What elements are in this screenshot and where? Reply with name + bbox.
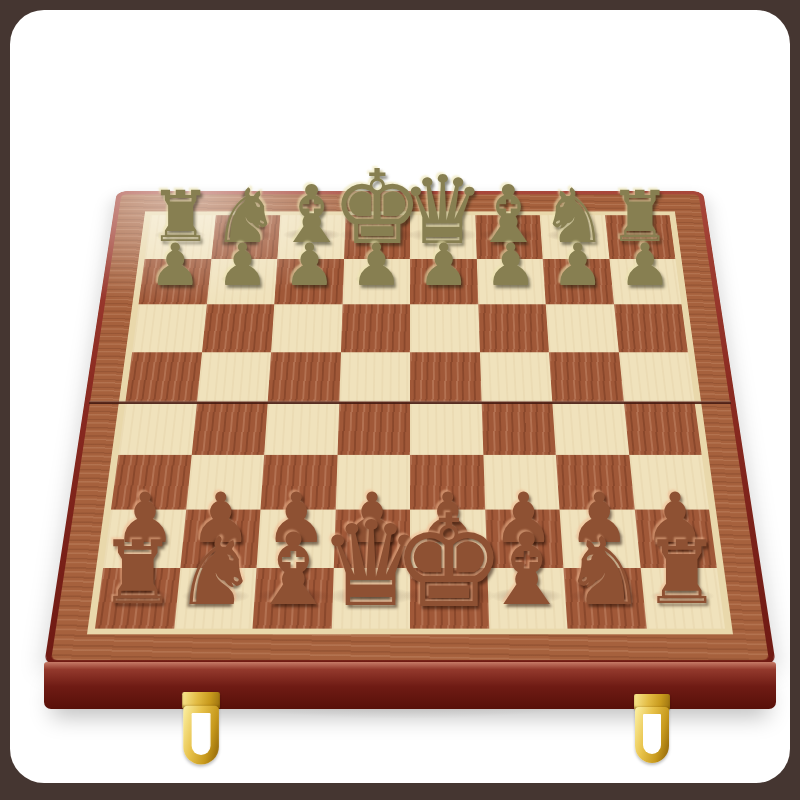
photo-background: ♜♞♝♚♛♝♞♜♟♟♟♟♟♟♟♟♟♟♟♟♟♟♟♟♜♞♝♛♚♝♞♜ [10,10,790,783]
clasp-loop [184,706,220,765]
right-clasp-icon [630,694,674,772]
clasp-loop [635,707,669,763]
chess-box-top [44,191,776,665]
light-sheen [44,191,776,665]
box-front-edge [44,662,776,709]
left-clasp-icon [178,692,224,774]
